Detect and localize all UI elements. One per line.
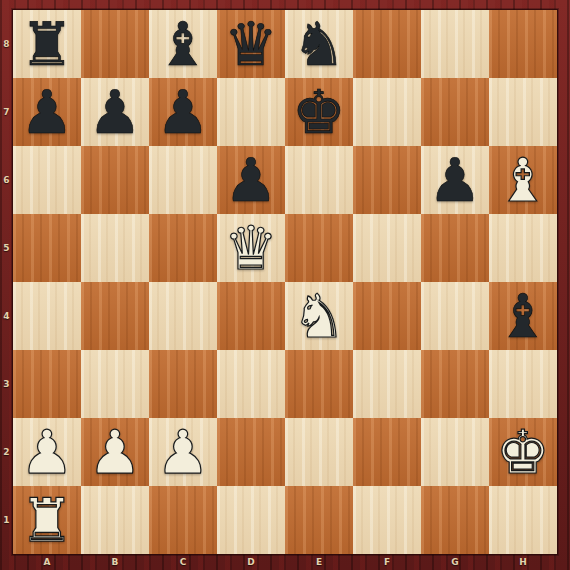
square-b1[interactable] — [81, 486, 149, 554]
square-g2[interactable] — [421, 418, 489, 486]
square-a4[interactable] — [13, 282, 81, 350]
square-c4[interactable] — [149, 282, 217, 350]
square-a7[interactable]: ♟ — [13, 78, 81, 146]
square-c2[interactable]: ♟ — [149, 418, 217, 486]
square-c8[interactable]: ♝ — [149, 10, 217, 78]
file-label-E: E — [285, 554, 353, 570]
square-b2[interactable]: ♟ — [81, 418, 149, 486]
black-pawn[interactable]: ♟ — [20, 78, 74, 146]
black-pawn[interactable]: ♟ — [88, 78, 142, 146]
chess-board: ♜♝♛♞♟♟♟♚♟♟♝♛♞♝♟♟♟♚♜ — [13, 10, 557, 554]
square-d3[interactable] — [217, 350, 285, 418]
square-f3[interactable] — [353, 350, 421, 418]
square-d1[interactable] — [217, 486, 285, 554]
square-h6[interactable]: ♝ — [489, 146, 557, 214]
file-label-B: B — [81, 554, 149, 570]
square-c7[interactable]: ♟ — [149, 78, 217, 146]
square-d4[interactable] — [217, 282, 285, 350]
square-g1[interactable] — [421, 486, 489, 554]
square-f8[interactable] — [353, 10, 421, 78]
file-label-D: D — [217, 554, 285, 570]
white-pawn[interactable]: ♟ — [88, 418, 142, 486]
file-label-A: A — [13, 554, 81, 570]
square-h5[interactable] — [489, 214, 557, 282]
square-d2[interactable] — [217, 418, 285, 486]
square-c3[interactable] — [149, 350, 217, 418]
black-rook[interactable]: ♜ — [20, 10, 74, 78]
square-a8[interactable]: ♜ — [13, 10, 81, 78]
chess-board-frame: ♜♝♛♞♟♟♟♚♟♟♝♛♞♝♟♟♟♚♜ 87654321 ABCDEFGH — [0, 0, 570, 570]
square-f7[interactable] — [353, 78, 421, 146]
square-f1[interactable] — [353, 486, 421, 554]
black-knight[interactable]: ♞ — [292, 10, 346, 78]
file-label-F: F — [353, 554, 421, 570]
square-e2[interactable] — [285, 418, 353, 486]
black-queen[interactable]: ♛ — [224, 10, 278, 78]
square-h4[interactable]: ♝ — [489, 282, 557, 350]
square-f6[interactable] — [353, 146, 421, 214]
rank-label-2: 2 — [0, 418, 13, 486]
square-d8[interactable]: ♛ — [217, 10, 285, 78]
square-h2[interactable]: ♚ — [489, 418, 557, 486]
file-label-G: G — [421, 554, 489, 570]
rank-label-5: 5 — [0, 214, 13, 282]
square-f2[interactable] — [353, 418, 421, 486]
square-f4[interactable] — [353, 282, 421, 350]
white-pawn[interactable]: ♟ — [156, 418, 210, 486]
square-e7[interactable]: ♚ — [285, 78, 353, 146]
black-bishop[interactable]: ♝ — [496, 282, 550, 350]
square-a6[interactable] — [13, 146, 81, 214]
square-b5[interactable] — [81, 214, 149, 282]
square-g8[interactable] — [421, 10, 489, 78]
black-pawn[interactable]: ♟ — [428, 146, 482, 214]
square-b6[interactable] — [81, 146, 149, 214]
rank-label-7: 7 — [0, 78, 13, 146]
rank-label-1: 1 — [0, 486, 13, 554]
square-g4[interactable] — [421, 282, 489, 350]
square-a2[interactable]: ♟ — [13, 418, 81, 486]
square-e1[interactable] — [285, 486, 353, 554]
white-rook[interactable]: ♜ — [20, 486, 74, 554]
rank-label-8: 8 — [0, 10, 13, 78]
white-pawn[interactable]: ♟ — [20, 418, 74, 486]
square-d6[interactable]: ♟ — [217, 146, 285, 214]
rank-label-4: 4 — [0, 282, 13, 350]
white-knight[interactable]: ♞ — [292, 282, 346, 350]
square-e4[interactable]: ♞ — [285, 282, 353, 350]
black-king[interactable]: ♚ — [292, 78, 346, 146]
black-pawn[interactable]: ♟ — [156, 78, 210, 146]
square-d7[interactable] — [217, 78, 285, 146]
square-h7[interactable] — [489, 78, 557, 146]
file-label-C: C — [149, 554, 217, 570]
square-a5[interactable] — [13, 214, 81, 282]
square-g7[interactable] — [421, 78, 489, 146]
square-h1[interactable] — [489, 486, 557, 554]
rank-label-6: 6 — [0, 146, 13, 214]
square-b8[interactable] — [81, 10, 149, 78]
square-b3[interactable] — [81, 350, 149, 418]
square-g3[interactable] — [421, 350, 489, 418]
square-h8[interactable] — [489, 10, 557, 78]
square-f5[interactable] — [353, 214, 421, 282]
square-e5[interactable] — [285, 214, 353, 282]
square-e8[interactable]: ♞ — [285, 10, 353, 78]
square-c5[interactable] — [149, 214, 217, 282]
black-pawn[interactable]: ♟ — [224, 146, 278, 214]
square-e3[interactable] — [285, 350, 353, 418]
square-c6[interactable] — [149, 146, 217, 214]
white-king[interactable]: ♚ — [496, 418, 550, 486]
square-g5[interactable] — [421, 214, 489, 282]
square-b7[interactable]: ♟ — [81, 78, 149, 146]
square-b4[interactable] — [81, 282, 149, 350]
square-c1[interactable] — [149, 486, 217, 554]
square-d5[interactable]: ♛ — [217, 214, 285, 282]
square-h3[interactable] — [489, 350, 557, 418]
white-queen[interactable]: ♛ — [224, 214, 278, 282]
black-bishop[interactable]: ♝ — [156, 10, 210, 78]
rank-label-3: 3 — [0, 350, 13, 418]
square-e6[interactable] — [285, 146, 353, 214]
square-a3[interactable] — [13, 350, 81, 418]
square-g6[interactable]: ♟ — [421, 146, 489, 214]
file-label-H: H — [489, 554, 557, 570]
white-bishop[interactable]: ♝ — [496, 146, 550, 214]
square-a1[interactable]: ♜ — [13, 486, 81, 554]
